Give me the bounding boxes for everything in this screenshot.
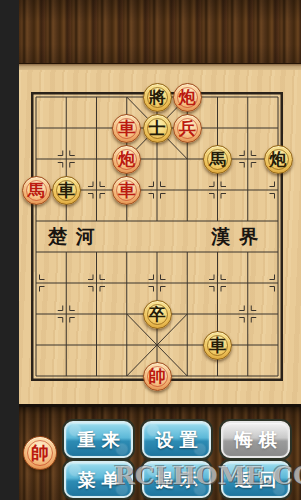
menu-button[interactable]: 菜单 <box>64 461 133 498</box>
xiangqi-app-screen: 楚河 漢界 將炮車士兵炮馬炮馬車車卒車帥 帥 重来设置悔棋菜单提示返回 RCLH… <box>19 0 301 500</box>
piece-red-chariot[interactable]: 車 <box>112 114 141 143</box>
back-button-label: 返回 <box>235 468 283 492</box>
piece-black-chariot[interactable]: 車 <box>52 176 81 205</box>
hint-button-label: 提示 <box>156 468 204 492</box>
top-wood-band <box>19 0 301 64</box>
piece-black-advisor[interactable]: 士 <box>143 114 172 143</box>
undo-button[interactable]: 悔棋 <box>221 421 290 458</box>
piece-red-cannon[interactable]: 炮 <box>112 145 141 174</box>
piece-red-horse[interactable]: 馬 <box>22 176 51 205</box>
piece-black-cannon[interactable]: 炮 <box>264 145 293 174</box>
piece-black-horse[interactable]: 馬 <box>203 145 232 174</box>
piece-red-chariot[interactable]: 車 <box>112 176 141 205</box>
turn-indicator-piece: 帥 <box>23 436 57 470</box>
hint-button[interactable]: 提示 <box>142 461 211 498</box>
settings-button-label: 设置 <box>156 428 204 452</box>
piece-red-cannon[interactable]: 炮 <box>173 83 202 112</box>
river-label-left: 楚河 <box>48 225 104 247</box>
menu-button-label: 菜单 <box>78 468 126 492</box>
settings-button[interactable]: 设置 <box>142 421 211 458</box>
piece-red-general[interactable]: 帥 <box>143 362 172 391</box>
piece-red-soldier[interactable]: 兵 <box>173 114 202 143</box>
restart-button-label: 重来 <box>78 428 126 452</box>
back-button[interactable]: 返回 <box>221 461 290 498</box>
piece-black-soldier[interactable]: 卒 <box>143 300 172 329</box>
undo-button-label: 悔棋 <box>235 428 283 452</box>
board-edge-bevel <box>19 64 301 70</box>
restart-button[interactable]: 重来 <box>64 421 133 458</box>
piece-black-chariot[interactable]: 車 <box>203 331 232 360</box>
piece-black-general[interactable]: 將 <box>143 83 172 112</box>
river-label-right: 漢界 <box>211 225 267 247</box>
